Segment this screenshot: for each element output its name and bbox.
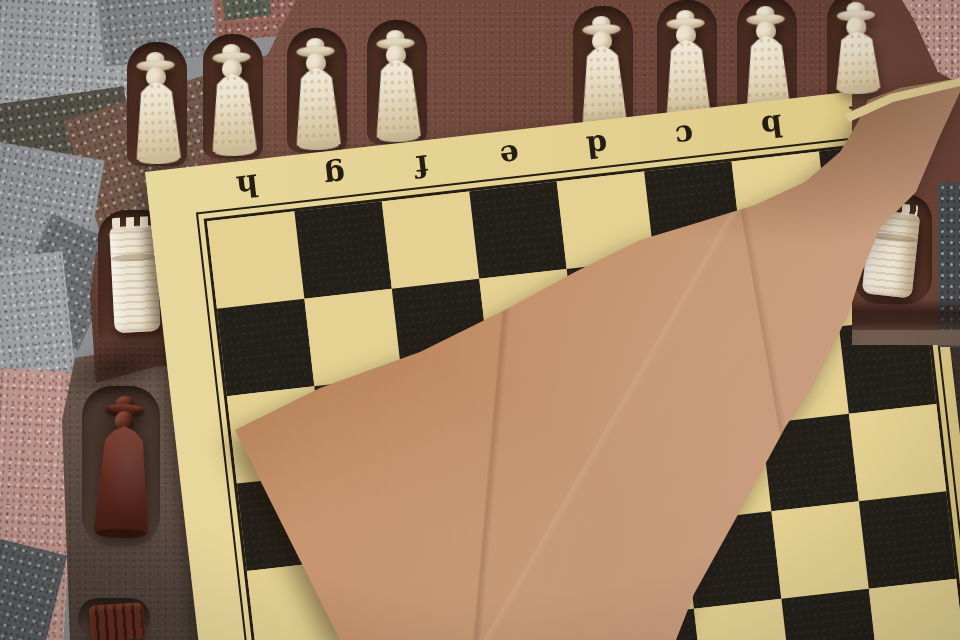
folded-corner-wrap [0,0,960,640]
folded-leather-corner[interactable] [0,0,960,640]
chess-set-photo: hgfedcba ♞ [0,0,960,640]
